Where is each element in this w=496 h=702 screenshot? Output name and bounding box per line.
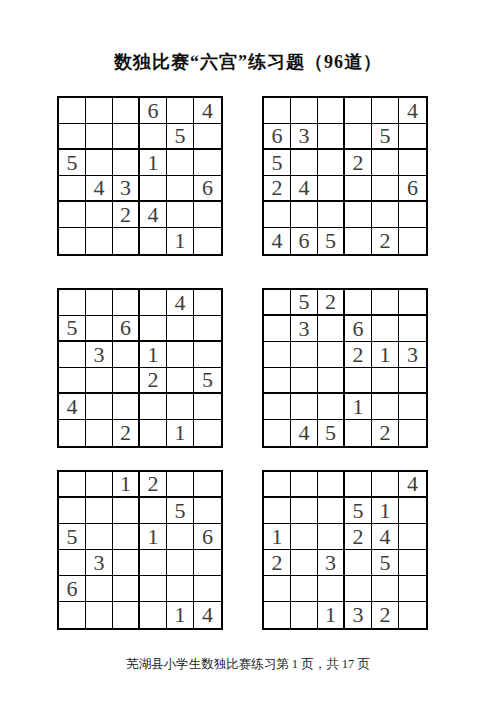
sudoku-board-1: 64551436241 xyxy=(57,96,223,256)
cell-r4c5 xyxy=(372,368,399,394)
cell-r3c2 xyxy=(291,342,318,368)
cell-r3c4: 1 xyxy=(140,342,167,368)
cell-r2c1: 6 xyxy=(264,124,291,150)
cell-r3c6 xyxy=(399,524,426,550)
cell-r2c6 xyxy=(194,316,221,342)
cell-r6c1 xyxy=(59,602,86,628)
cell-r1c2 xyxy=(86,472,113,498)
cell-r4c3: 3 xyxy=(318,550,345,576)
cell-r5c1 xyxy=(264,576,291,602)
cell-r3c3 xyxy=(318,342,345,368)
cell-r3c4: 1 xyxy=(140,150,167,176)
cell-r1c3: 2 xyxy=(318,290,345,316)
cell-r5c3 xyxy=(318,394,345,420)
cell-r3c4: 1 xyxy=(140,524,167,550)
cell-r4c4 xyxy=(345,550,372,576)
cell-r3c1: 5 xyxy=(59,524,86,550)
cell-r5c5 xyxy=(372,202,399,228)
cell-r1c4: 6 xyxy=(140,98,167,124)
cell-r4c4: 2 xyxy=(140,368,167,394)
cell-r2c4 xyxy=(140,498,167,524)
cell-r1c5 xyxy=(167,472,194,498)
cell-r6c1: 4 xyxy=(264,228,291,254)
cell-r3c5 xyxy=(372,150,399,176)
cell-r4c2 xyxy=(291,550,318,576)
cell-r4c6: 6 xyxy=(194,176,221,202)
cell-r5c1: 4 xyxy=(59,394,86,420)
cell-r1c1 xyxy=(264,472,291,498)
cell-r5c3 xyxy=(113,394,140,420)
cell-r5c5 xyxy=(167,576,194,602)
cell-r3c1: 1 xyxy=(264,524,291,550)
cell-r1c6 xyxy=(399,290,426,316)
cell-r2c1 xyxy=(264,498,291,524)
cell-r1c2 xyxy=(291,472,318,498)
cell-r6c4 xyxy=(140,602,167,628)
cell-r3c6 xyxy=(194,150,221,176)
cell-r6c2: 4 xyxy=(291,420,318,446)
page-footer: 芜湖县小学生数独比赛练习第 1 页，共 17 页 xyxy=(0,656,496,673)
cell-r4c4 xyxy=(140,176,167,202)
cell-r5c2 xyxy=(291,202,318,228)
cell-r4c3 xyxy=(318,368,345,394)
cell-r2c3 xyxy=(113,124,140,150)
sudoku-board-4: 52362131452 xyxy=(262,288,428,448)
cell-r2c3 xyxy=(113,498,140,524)
cell-r4c6 xyxy=(194,550,221,576)
cell-r3c2: 3 xyxy=(86,342,113,368)
cell-r2c4: 6 xyxy=(345,316,372,342)
cell-r4c3 xyxy=(113,550,140,576)
cell-r5c6 xyxy=(399,576,426,602)
cell-r1c2 xyxy=(86,98,113,124)
cell-r6c2: 6 xyxy=(291,228,318,254)
sudoku-board-5: 1255163614 xyxy=(57,470,223,630)
cell-r1c4 xyxy=(345,290,372,316)
cell-r6c6 xyxy=(194,420,221,446)
cell-r6c2 xyxy=(86,228,113,254)
cell-r3c2 xyxy=(86,524,113,550)
sudoku-board-3: 4563125421 xyxy=(57,288,223,448)
cell-r4c6: 5 xyxy=(194,368,221,394)
cell-r1c1 xyxy=(264,290,291,316)
cell-r5c4 xyxy=(345,202,372,228)
cell-r1c6: 4 xyxy=(399,472,426,498)
cell-r2c5: 5 xyxy=(372,124,399,150)
cell-r1c4 xyxy=(140,290,167,316)
cell-r1c3 xyxy=(113,290,140,316)
cell-r6c6 xyxy=(399,420,426,446)
cell-r5c4 xyxy=(140,394,167,420)
page-title: 数独比赛“六宫”练习题（96道） xyxy=(0,50,496,74)
cell-r5c2 xyxy=(86,202,113,228)
cell-r5c4: 4 xyxy=(140,202,167,228)
cell-r5c2 xyxy=(291,576,318,602)
cell-r4c2: 4 xyxy=(291,176,318,202)
sudoku-board-2: 4635522464652 xyxy=(262,96,428,256)
cell-r5c2 xyxy=(291,394,318,420)
cell-r3c4: 2 xyxy=(345,150,372,176)
cell-r3c3 xyxy=(318,150,345,176)
cell-r3c3 xyxy=(113,524,140,550)
cell-r6c5: 1 xyxy=(167,420,194,446)
cell-r4c1 xyxy=(59,176,86,202)
cell-r2c5: 5 xyxy=(167,498,194,524)
cell-r6c2 xyxy=(86,602,113,628)
cell-r6c1 xyxy=(264,420,291,446)
cell-r3c1: 5 xyxy=(264,150,291,176)
cell-r4c6: 6 xyxy=(399,176,426,202)
cell-r2c1 xyxy=(59,124,86,150)
cell-r6c5: 1 xyxy=(167,228,194,254)
cell-r6c6 xyxy=(399,228,426,254)
cell-r1c1 xyxy=(59,98,86,124)
cell-r6c6 xyxy=(399,602,426,628)
cell-r1c5: 4 xyxy=(167,290,194,316)
cell-r4c2 xyxy=(86,368,113,394)
cell-r1c3 xyxy=(113,98,140,124)
cell-r2c4 xyxy=(140,124,167,150)
cell-r6c3: 5 xyxy=(318,420,345,446)
cell-r6c6: 4 xyxy=(194,602,221,628)
cell-r3c3 xyxy=(113,150,140,176)
cell-r2c3: 6 xyxy=(113,316,140,342)
cell-r2c6 xyxy=(194,124,221,150)
cell-r4c1 xyxy=(59,368,86,394)
sudoku-board-6: 451124235132 xyxy=(262,470,428,630)
cell-r2c5 xyxy=(167,316,194,342)
cell-r4c4 xyxy=(140,550,167,576)
cell-r4c5 xyxy=(167,176,194,202)
cell-r2c2 xyxy=(86,498,113,524)
cell-r2c6 xyxy=(194,498,221,524)
cell-r4c3: 3 xyxy=(113,176,140,202)
cell-r2c5: 5 xyxy=(167,124,194,150)
cell-r1c6 xyxy=(194,472,221,498)
cell-r6c2 xyxy=(86,420,113,446)
cell-r1c4: 2 xyxy=(140,472,167,498)
cell-r1c4 xyxy=(345,98,372,124)
cell-r5c6 xyxy=(194,202,221,228)
cell-r4c5: 5 xyxy=(372,550,399,576)
cell-r4c2: 4 xyxy=(86,176,113,202)
cell-r6c5: 2 xyxy=(372,420,399,446)
cell-r5c6 xyxy=(399,202,426,228)
cell-r2c4: 5 xyxy=(345,498,372,524)
cell-r3c6: 6 xyxy=(194,524,221,550)
cell-r1c3 xyxy=(318,472,345,498)
cell-r4c6 xyxy=(399,368,426,394)
cell-r5c3: 2 xyxy=(113,202,140,228)
cell-r6c1 xyxy=(59,228,86,254)
cell-r6c2 xyxy=(291,602,318,628)
cell-r2c2 xyxy=(291,498,318,524)
cell-r6c4 xyxy=(140,228,167,254)
cell-r5c1: 6 xyxy=(59,576,86,602)
cell-r4c2 xyxy=(291,368,318,394)
cell-r1c6 xyxy=(194,290,221,316)
cell-r3c5: 1 xyxy=(372,342,399,368)
cell-r2c5 xyxy=(372,316,399,342)
cell-r4c3 xyxy=(113,368,140,394)
cell-r4c5 xyxy=(167,550,194,576)
cell-r4c6 xyxy=(399,550,426,576)
cell-r2c3 xyxy=(318,316,345,342)
cell-r2c6 xyxy=(399,124,426,150)
cell-r2c1 xyxy=(59,498,86,524)
cell-r1c5 xyxy=(372,98,399,124)
cell-r4c3 xyxy=(318,176,345,202)
cell-r3c2 xyxy=(291,150,318,176)
cell-r5c2 xyxy=(86,394,113,420)
cell-r3c2 xyxy=(291,524,318,550)
cell-r3c1 xyxy=(59,342,86,368)
cell-r3c1 xyxy=(264,342,291,368)
cell-r5c6 xyxy=(194,394,221,420)
cell-r5c4 xyxy=(345,576,372,602)
cell-r6c5: 1 xyxy=(167,602,194,628)
cell-r4c1 xyxy=(264,368,291,394)
cell-r6c1 xyxy=(59,420,86,446)
cell-r6c3 xyxy=(113,228,140,254)
cell-r1c5 xyxy=(167,98,194,124)
cell-r5c6 xyxy=(399,394,426,420)
cell-r5c1 xyxy=(264,202,291,228)
cell-r6c3: 2 xyxy=(113,420,140,446)
cell-r2c3 xyxy=(318,124,345,150)
cell-r6c3: 1 xyxy=(318,602,345,628)
cell-r1c5 xyxy=(372,472,399,498)
cell-r1c2 xyxy=(86,290,113,316)
cell-r1c6: 4 xyxy=(399,98,426,124)
cell-r4c5 xyxy=(167,368,194,394)
cell-r4c5 xyxy=(372,176,399,202)
cell-r5c3 xyxy=(318,576,345,602)
cell-r6c3: 5 xyxy=(318,228,345,254)
cell-r2c3 xyxy=(318,498,345,524)
cell-r6c6 xyxy=(194,228,221,254)
cell-r1c3: 1 xyxy=(113,472,140,498)
cell-r2c2: 3 xyxy=(291,124,318,150)
cell-r5c1 xyxy=(59,202,86,228)
cell-r6c5: 2 xyxy=(372,602,399,628)
cell-r5c2 xyxy=(86,576,113,602)
cell-r2c2: 3 xyxy=(291,316,318,342)
cell-r1c4 xyxy=(345,472,372,498)
cell-r3c5 xyxy=(167,524,194,550)
cell-r5c5 xyxy=(372,394,399,420)
cell-r5c5 xyxy=(372,576,399,602)
cell-r3c5 xyxy=(167,342,194,368)
cell-r3c4: 2 xyxy=(345,524,372,550)
cell-r6c4 xyxy=(140,420,167,446)
cell-r2c5: 1 xyxy=(372,498,399,524)
cell-r2c2 xyxy=(86,316,113,342)
cell-r6c3 xyxy=(113,602,140,628)
cell-r3c6 xyxy=(194,342,221,368)
cell-r1c6: 4 xyxy=(194,98,221,124)
worksheet-page: 数独比赛“六宫”练习题（96道） 64551436241 46355224646… xyxy=(0,0,496,702)
cell-r4c1: 2 xyxy=(264,176,291,202)
cell-r6c4 xyxy=(345,228,372,254)
cell-r5c6 xyxy=(194,576,221,602)
cell-r3c4: 2 xyxy=(345,342,372,368)
cell-r3c5: 4 xyxy=(372,524,399,550)
cell-r6c1 xyxy=(264,602,291,628)
cell-r4c1: 2 xyxy=(264,550,291,576)
cell-r6c5: 2 xyxy=(372,228,399,254)
cell-r3c3 xyxy=(318,524,345,550)
cell-r3c1: 5 xyxy=(59,150,86,176)
cell-r2c2 xyxy=(86,124,113,150)
cell-r1c2 xyxy=(291,98,318,124)
cell-r3c3 xyxy=(113,342,140,368)
cell-r5c5 xyxy=(167,202,194,228)
cell-r2c6 xyxy=(399,316,426,342)
cell-r4c4 xyxy=(345,176,372,202)
cell-r4c1 xyxy=(59,550,86,576)
cell-r5c4 xyxy=(140,576,167,602)
cell-r5c1 xyxy=(264,394,291,420)
cell-r1c1 xyxy=(264,98,291,124)
cell-r3c6 xyxy=(399,150,426,176)
cell-r1c3 xyxy=(318,98,345,124)
cell-r5c3 xyxy=(318,202,345,228)
cell-r3c6: 3 xyxy=(399,342,426,368)
cell-r6c4 xyxy=(345,420,372,446)
cell-r4c4 xyxy=(345,368,372,394)
cell-r5c3 xyxy=(113,576,140,602)
cell-r2c4 xyxy=(140,316,167,342)
cell-r5c5 xyxy=(167,394,194,420)
cell-r1c2: 5 xyxy=(291,290,318,316)
cell-r1c5 xyxy=(372,290,399,316)
cell-r2c1 xyxy=(264,316,291,342)
cell-r1c1 xyxy=(59,472,86,498)
cell-r2c6 xyxy=(399,498,426,524)
cell-r4c2: 3 xyxy=(86,550,113,576)
cell-r6c4: 3 xyxy=(345,602,372,628)
cell-r3c2 xyxy=(86,150,113,176)
cell-r3c5 xyxy=(167,150,194,176)
cell-r2c4 xyxy=(345,124,372,150)
cell-r2c1: 5 xyxy=(59,316,86,342)
cell-r1c1 xyxy=(59,290,86,316)
cell-r5c4: 1 xyxy=(345,394,372,420)
